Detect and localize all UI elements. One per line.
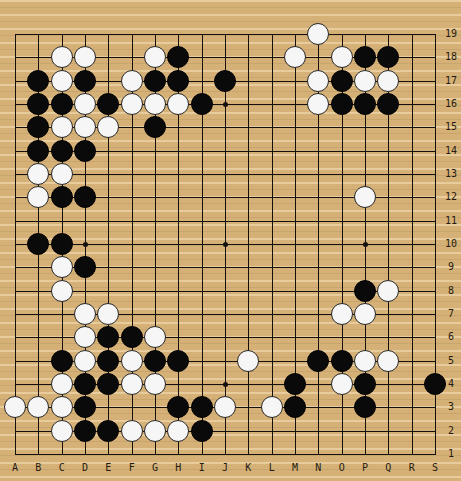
- stone-white[interactable]: [121, 350, 143, 372]
- stone-black[interactable]: [191, 396, 213, 418]
- stone-black[interactable]: [331, 350, 353, 372]
- column-label: S: [427, 462, 443, 474]
- stone-white[interactable]: [51, 116, 73, 138]
- stone-white[interactable]: [27, 163, 49, 185]
- column-label: H: [170, 462, 186, 474]
- stone-white[interactable]: [121, 70, 143, 92]
- stone-white[interactable]: [51, 70, 73, 92]
- stone-black[interactable]: [331, 70, 353, 92]
- stone-black[interactable]: [97, 350, 119, 372]
- stone-white[interactable]: [121, 420, 143, 442]
- stone-white[interactable]: [237, 350, 259, 372]
- stone-black[interactable]: [377, 93, 399, 115]
- stone-white[interactable]: [261, 396, 283, 418]
- stone-black[interactable]: [74, 420, 96, 442]
- row-label: 9: [441, 262, 461, 272]
- stone-black[interactable]: [74, 186, 96, 208]
- stone-black[interactable]: [167, 70, 189, 92]
- stone-black[interactable]: [51, 186, 73, 208]
- stone-black[interactable]: [331, 93, 353, 115]
- stone-black[interactable]: [144, 70, 166, 92]
- stone-white[interactable]: [144, 46, 166, 68]
- stone-black[interactable]: [144, 350, 166, 372]
- stone-white[interactable]: [167, 420, 189, 442]
- stone-white[interactable]: [51, 396, 73, 418]
- stone-white[interactable]: [284, 46, 306, 68]
- stone-white[interactable]: [377, 280, 399, 302]
- stone-black[interactable]: [97, 93, 119, 115]
- stone-black[interactable]: [74, 396, 96, 418]
- stone-black[interactable]: [307, 350, 329, 372]
- stone-white[interactable]: [354, 70, 376, 92]
- stone-black[interactable]: [51, 93, 73, 115]
- row-label: 19: [441, 29, 461, 39]
- stone-white[interactable]: [144, 93, 166, 115]
- stone-black[interactable]: [377, 46, 399, 68]
- row-label: 8: [441, 286, 461, 296]
- column-label: F: [124, 462, 140, 474]
- stone-black[interactable]: [51, 350, 73, 372]
- stone-white[interactable]: [74, 326, 96, 348]
- stone-white[interactable]: [51, 163, 73, 185]
- stone-black[interactable]: [284, 373, 306, 395]
- column-label: P: [357, 462, 373, 474]
- row-label: 13: [441, 169, 461, 179]
- stone-black[interactable]: [74, 256, 96, 278]
- row-label: 17: [441, 76, 461, 86]
- column-label: D: [77, 462, 93, 474]
- row-label: 15: [441, 122, 461, 132]
- stone-white[interactable]: [144, 373, 166, 395]
- stone-white[interactable]: [121, 93, 143, 115]
- stone-white[interactable]: [51, 256, 73, 278]
- stone-black[interactable]: [191, 93, 213, 115]
- column-label: N: [310, 462, 326, 474]
- stone-white[interactable]: [74, 46, 96, 68]
- stone-white[interactable]: [51, 280, 73, 302]
- row-label: 11: [441, 216, 461, 226]
- stone-white[interactable]: [354, 303, 376, 325]
- stone-black[interactable]: [97, 420, 119, 442]
- stone-black[interactable]: [51, 233, 73, 255]
- stone-white[interactable]: [74, 93, 96, 115]
- stone-white[interactable]: [27, 396, 49, 418]
- column-label: B: [30, 462, 46, 474]
- stone-black[interactable]: [191, 420, 213, 442]
- stone-white[interactable]: [121, 373, 143, 395]
- row-label: 6: [441, 332, 461, 342]
- stone-black[interactable]: [27, 233, 49, 255]
- stone-black[interactable]: [354, 373, 376, 395]
- row-label: 12: [441, 192, 461, 202]
- stone-black[interactable]: [144, 116, 166, 138]
- stone-black[interactable]: [97, 326, 119, 348]
- stone-white[interactable]: [74, 116, 96, 138]
- stone-white[interactable]: [51, 420, 73, 442]
- row-label: 7: [441, 309, 461, 319]
- go-board-screen: ABCDEFGHIJKLMNOPQRS 19181716151413121110…: [0, 0, 461, 481]
- column-label: I: [194, 462, 210, 474]
- stone-black[interactable]: [354, 46, 376, 68]
- column-label: O: [334, 462, 350, 474]
- stone-white[interactable]: [51, 373, 73, 395]
- column-label: M: [287, 462, 303, 474]
- stone-black[interactable]: [354, 396, 376, 418]
- column-label: Q: [380, 462, 396, 474]
- stone-black[interactable]: [27, 116, 49, 138]
- stone-black[interactable]: [74, 70, 96, 92]
- stone-black[interactable]: [74, 373, 96, 395]
- stone-white[interactable]: [144, 420, 166, 442]
- stone-white[interactable]: [97, 116, 119, 138]
- stone-white[interactable]: [74, 303, 96, 325]
- stone-black[interactable]: [27, 70, 49, 92]
- stone-white[interactable]: [144, 326, 166, 348]
- stone-black[interactable]: [97, 373, 119, 395]
- stone-black[interactable]: [27, 140, 49, 162]
- stone-white[interactable]: [331, 46, 353, 68]
- row-label: 10: [441, 239, 461, 249]
- row-label: 16: [441, 99, 461, 109]
- stone-white[interactable]: [51, 46, 73, 68]
- stone-white[interactable]: [354, 350, 376, 372]
- stone-black[interactable]: [354, 93, 376, 115]
- column-label: A: [7, 462, 23, 474]
- stone-black[interactable]: [354, 280, 376, 302]
- row-label: 1: [441, 449, 461, 459]
- stone-white[interactable]: [354, 186, 376, 208]
- row-label: 3: [441, 402, 461, 412]
- stone-white[interactable]: [377, 70, 399, 92]
- column-label: K: [240, 462, 256, 474]
- stone-white[interactable]: [331, 373, 353, 395]
- row-label: 14: [441, 146, 461, 156]
- stone-white[interactable]: [307, 93, 329, 115]
- stone-black[interactable]: [167, 46, 189, 68]
- column-label: C: [54, 462, 70, 474]
- row-label: 4: [441, 379, 461, 389]
- column-label: G: [147, 462, 163, 474]
- stone-black[interactable]: [27, 93, 49, 115]
- stone-white[interactable]: [331, 303, 353, 325]
- row-label: 2: [441, 426, 461, 436]
- column-label: E: [100, 462, 116, 474]
- stone-white[interactable]: [4, 396, 26, 418]
- stone-black[interactable]: [167, 350, 189, 372]
- stone-black[interactable]: [51, 140, 73, 162]
- stone-white[interactable]: [74, 350, 96, 372]
- stone-white[interactable]: [97, 303, 119, 325]
- stone-black[interactable]: [284, 396, 306, 418]
- column-label: L: [264, 462, 280, 474]
- stone-black[interactable]: [74, 140, 96, 162]
- row-label: 18: [441, 52, 461, 62]
- stone-white[interactable]: [214, 396, 236, 418]
- stone-white[interactable]: [307, 23, 329, 45]
- go-board[interactable]: [4, 23, 447, 466]
- column-label: R: [404, 462, 420, 474]
- stone-white[interactable]: [27, 186, 49, 208]
- column-label: J: [217, 462, 233, 474]
- stone-white[interactable]: [307, 70, 329, 92]
- stone-white[interactable]: [377, 350, 399, 372]
- stone-white[interactable]: [167, 93, 189, 115]
- row-label: 5: [441, 356, 461, 366]
- stone-black[interactable]: [214, 70, 236, 92]
- stone-black[interactable]: [167, 396, 189, 418]
- stone-black[interactable]: [121, 326, 143, 348]
